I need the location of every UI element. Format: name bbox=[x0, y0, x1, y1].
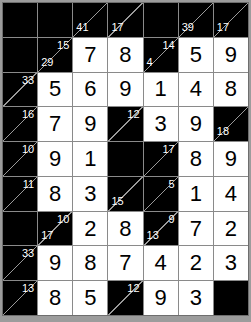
cell-r6c6[interactable]: 1 bbox=[179, 177, 213, 211]
digit: 3 bbox=[225, 252, 237, 274]
cell-r9c3[interactable]: 5 bbox=[73, 281, 107, 315]
kakuro-board: 4117391729157841459335691481679123918109… bbox=[0, 0, 251, 322]
digit: 8 bbox=[190, 148, 202, 170]
cell-r3c6[interactable]: 4 bbox=[179, 73, 213, 107]
cell-r3c5[interactable]: 1 bbox=[144, 73, 178, 107]
cell-r5c4 bbox=[108, 142, 142, 176]
cell-r2c5: 414 bbox=[144, 38, 178, 72]
digit: 1 bbox=[190, 183, 202, 205]
across-clue: 16 bbox=[22, 109, 34, 120]
digit: 4 bbox=[190, 78, 202, 100]
across-clue: 15 bbox=[57, 40, 69, 51]
digit: 3 bbox=[155, 113, 167, 135]
down-clue: 18 bbox=[217, 126, 229, 137]
cell-r3c2[interactable]: 5 bbox=[38, 73, 72, 107]
down-clue: 39 bbox=[182, 22, 194, 33]
cell-r3c3[interactable]: 6 bbox=[73, 73, 107, 107]
cell-r9c1: 13 bbox=[3, 281, 37, 315]
cell-r2c1 bbox=[3, 38, 37, 72]
cell-r2c6[interactable]: 5 bbox=[179, 38, 213, 72]
cell-r7c3[interactable]: 2 bbox=[73, 212, 107, 246]
down-clue: 17 bbox=[111, 22, 123, 33]
cell-r8c6[interactable]: 2 bbox=[179, 246, 213, 280]
across-clue: 13 bbox=[22, 283, 34, 294]
digit: 9 bbox=[49, 148, 61, 170]
down-clue: 29 bbox=[41, 57, 53, 68]
cell-r1c7: 17 bbox=[214, 3, 248, 37]
cell-r8c3[interactable]: 8 bbox=[73, 246, 107, 280]
cell-r7c7[interactable]: 2 bbox=[214, 212, 248, 246]
digit: 2 bbox=[190, 252, 202, 274]
cell-r9c6[interactable]: 3 bbox=[179, 281, 213, 315]
digit: 6 bbox=[84, 78, 96, 100]
digit: 9 bbox=[84, 113, 96, 135]
digit: 8 bbox=[49, 183, 61, 205]
digit: 5 bbox=[190, 44, 202, 66]
cell-r5c3[interactable]: 1 bbox=[73, 142, 107, 176]
down-clue: 13 bbox=[147, 230, 159, 241]
cell-r2c4[interactable]: 8 bbox=[108, 38, 142, 72]
cell-r7c1 bbox=[3, 212, 37, 246]
digit: 9 bbox=[225, 148, 237, 170]
cell-r6c2[interactable]: 8 bbox=[38, 177, 72, 211]
digit: 3 bbox=[84, 183, 96, 205]
across-clue: 10 bbox=[22, 144, 34, 155]
cell-r4c5[interactable]: 3 bbox=[144, 107, 178, 141]
digit: 8 bbox=[225, 78, 237, 100]
cell-r6c4: 15 bbox=[108, 177, 142, 211]
across-clue: 12 bbox=[127, 283, 139, 294]
digit: 7 bbox=[49, 113, 61, 135]
digit: 7 bbox=[84, 44, 96, 66]
across-clue: 14 bbox=[162, 40, 174, 51]
cell-r1c5 bbox=[144, 3, 178, 37]
down-clue: 15 bbox=[111, 196, 123, 207]
cell-r4c1: 16 bbox=[3, 107, 37, 141]
cell-r8c5[interactable]: 4 bbox=[144, 246, 178, 280]
down-clue: 41 bbox=[76, 22, 88, 33]
cell-r1c2 bbox=[38, 3, 72, 37]
cell-r2c3[interactable]: 7 bbox=[73, 38, 107, 72]
digit: 8 bbox=[119, 218, 131, 240]
digit: 9 bbox=[49, 252, 61, 274]
across-clue: 12 bbox=[127, 109, 139, 120]
cell-r7c5: 139 bbox=[144, 212, 178, 246]
down-clue: 17 bbox=[217, 22, 229, 33]
cell-r3c7[interactable]: 8 bbox=[214, 73, 248, 107]
cell-r1c3: 41 bbox=[73, 3, 107, 37]
cell-r1c6: 39 bbox=[179, 3, 213, 37]
digit: 7 bbox=[119, 252, 131, 274]
cell-r9c7 bbox=[214, 281, 248, 315]
digit: 3 bbox=[190, 287, 202, 309]
cell-r6c5: 5 bbox=[144, 177, 178, 211]
digit: 8 bbox=[49, 287, 61, 309]
across-clue: 17 bbox=[162, 144, 174, 155]
cell-r1c4: 17 bbox=[108, 3, 142, 37]
digit: 8 bbox=[119, 44, 131, 66]
cell-r4c6[interactable]: 9 bbox=[179, 107, 213, 141]
cell-r8c1: 33 bbox=[3, 246, 37, 280]
digit: 4 bbox=[155, 252, 167, 274]
cell-r6c7[interactable]: 4 bbox=[214, 177, 248, 211]
digit: 9 bbox=[225, 44, 237, 66]
down-clue: 17 bbox=[41, 230, 53, 241]
cell-r8c2[interactable]: 9 bbox=[38, 246, 72, 280]
digit: 8 bbox=[84, 252, 96, 274]
digit: 2 bbox=[84, 218, 96, 240]
cell-r6c1: 11 bbox=[3, 177, 37, 211]
cell-r4c4: 12 bbox=[108, 107, 142, 141]
across-clue: 10 bbox=[57, 214, 69, 225]
across-clue: 9 bbox=[169, 214, 175, 225]
cell-r1c1 bbox=[3, 3, 37, 37]
cell-r9c5[interactable]: 9 bbox=[144, 281, 178, 315]
cell-r3c1: 33 bbox=[3, 73, 37, 107]
down-clue: 4 bbox=[147, 57, 153, 68]
digit: 2 bbox=[225, 218, 237, 240]
kakuro-grid: 4117391729157841459335691481679123918109… bbox=[2, 2, 249, 316]
digit: 5 bbox=[49, 78, 61, 100]
cell-r4c2[interactable]: 7 bbox=[38, 107, 72, 141]
digit: 9 bbox=[119, 78, 131, 100]
cell-r8c7[interactable]: 3 bbox=[214, 246, 248, 280]
cell-r4c3[interactable]: 9 bbox=[73, 107, 107, 141]
across-clue: 33 bbox=[22, 75, 34, 86]
across-clue: 11 bbox=[23, 179, 34, 190]
cell-r5c7[interactable]: 9 bbox=[214, 142, 248, 176]
cell-r9c2[interactable]: 8 bbox=[38, 281, 72, 315]
digit: 5 bbox=[84, 287, 96, 309]
cell-r4c7: 18 bbox=[214, 107, 248, 141]
digit: 9 bbox=[190, 113, 202, 135]
digit: 7 bbox=[190, 218, 202, 240]
digit: 9 bbox=[155, 287, 167, 309]
cell-r6c3[interactable]: 3 bbox=[73, 177, 107, 211]
cell-r3c4[interactable]: 9 bbox=[108, 73, 142, 107]
cell-r2c7[interactable]: 9 bbox=[214, 38, 248, 72]
cell-r2c2: 2915 bbox=[38, 38, 72, 72]
cell-r5c1: 10 bbox=[3, 142, 37, 176]
cell-r7c4[interactable]: 8 bbox=[108, 212, 142, 246]
across-clue: 33 bbox=[22, 248, 34, 259]
cell-r8c4[interactable]: 7 bbox=[108, 246, 142, 280]
digit: 1 bbox=[84, 148, 96, 170]
across-clue: 5 bbox=[169, 179, 175, 190]
cell-r7c6[interactable]: 7 bbox=[179, 212, 213, 246]
cell-r5c5: 17 bbox=[144, 142, 178, 176]
cell-r7c2: 1710 bbox=[38, 212, 72, 246]
cell-r5c2[interactable]: 9 bbox=[38, 142, 72, 176]
cell-r9c4: 12 bbox=[108, 281, 142, 315]
cell-r5c6[interactable]: 8 bbox=[179, 142, 213, 176]
digit: 4 bbox=[225, 183, 237, 205]
digit: 1 bbox=[155, 78, 167, 100]
